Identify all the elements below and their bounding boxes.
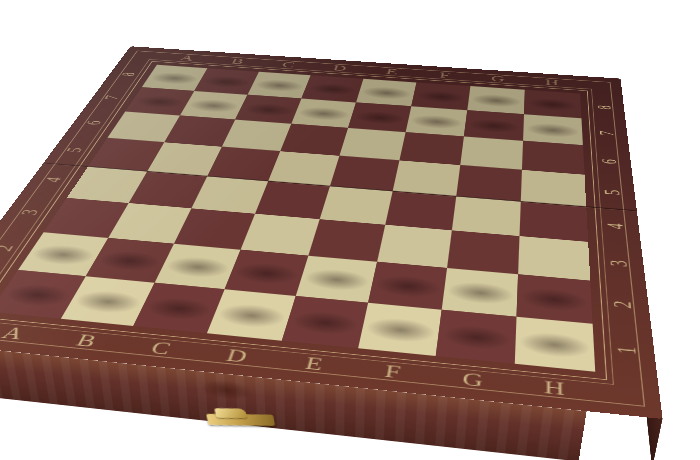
chess-board: ♜♞♝♛♚♝♞♜♟♟♟♟♟♟♟♟♟♟♟♟♟♟♟♟♜♞♝♛♚♝♞♜ ABCDEFG… — [0, 46, 663, 419]
clasp-hook — [214, 408, 247, 418]
rank-label-6: 6 — [578, 152, 641, 171]
board-grid: ♜♞♝♛♚♝♞♜♟♟♟♟♟♟♟♟♟♟♟♟♟♟♟♟♜♞♝♛♚♝♞♜ — [0, 65, 595, 372]
rook-glyph: ♜ — [497, 223, 612, 352]
file-label-a: A — [0, 319, 57, 348]
brass-clasp-icon — [205, 408, 276, 428]
file-label-d: D — [195, 341, 280, 372]
file-label-g: G — [432, 364, 515, 397]
file-label-f: F — [351, 356, 435, 388]
file-label-b: B — [44, 326, 130, 356]
file-label-e: E — [272, 348, 356, 380]
file-label-h: H — [514, 372, 598, 405]
square-h1[interactable]: ♜ — [515, 317, 595, 372]
square-g7[interactable]: ♟ — [464, 110, 524, 141]
perspective-viewport: ♜♞♝♛♚♝♞♜♟♟♟♟♟♟♟♟♟♟♟♟♟♟♟♟♜♞♝♛♚♝♞♜ ABCDEFG… — [0, 0, 700, 460]
chess-set-photo: ♜♞♝♛♚♝♞♜♟♟♟♟♟♟♟♟♟♟♟♟♟♟♟♟♜♞♝♛♚♝♞♜ ABCDEFG… — [0, 0, 700, 460]
file-label-c: C — [118, 333, 203, 364]
pawn-glyph: ♟ — [516, 53, 589, 134]
